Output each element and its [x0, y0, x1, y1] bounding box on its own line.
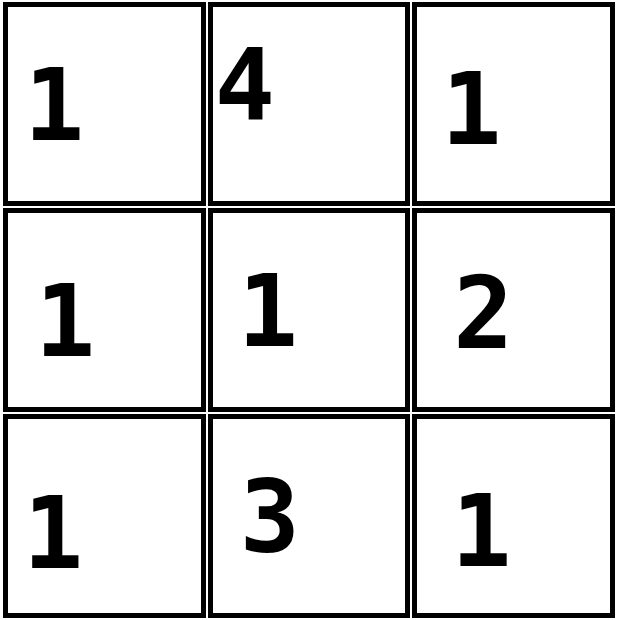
cell-number: 1 [238, 262, 298, 362]
cell-r1c1[interactable]: 1 [208, 208, 411, 412]
cell-r0c0[interactable]: 1 [3, 2, 206, 206]
cell-number: 1 [451, 482, 511, 582]
cell-r2c0[interactable]: 1 [3, 414, 206, 618]
cell-r0c1[interactable]: 4 [208, 2, 411, 206]
cell-number: 1 [24, 56, 84, 156]
cell-number: 2 [453, 264, 513, 364]
cell-number: 1 [441, 60, 501, 160]
cell-r1c0[interactable]: 1 [3, 208, 206, 412]
cell-r0c2[interactable]: 1 [412, 2, 615, 206]
cell-number: 4 [215, 36, 275, 136]
cell-number: 1 [35, 272, 95, 372]
cell-number: 3 [240, 468, 300, 568]
cell-number: 1 [23, 484, 83, 584]
puzzle-board: 1 4 1 1 1 2 1 3 1 [0, 0, 618, 620]
cell-r1c2[interactable]: 2 [412, 208, 615, 412]
cell-r2c2[interactable]: 1 [412, 414, 615, 618]
cell-r2c1[interactable]: 3 [208, 414, 411, 618]
